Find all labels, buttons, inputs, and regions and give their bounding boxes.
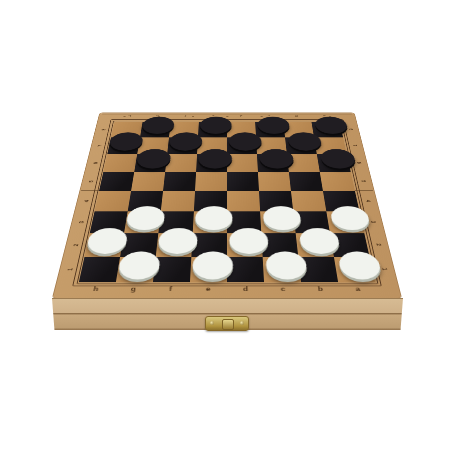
brass-clasp: [205, 316, 249, 331]
board-square: [131, 172, 165, 191]
board-square: [283, 122, 314, 138]
board-square: [227, 122, 256, 138]
checker-white: ●: [189, 250, 227, 276]
rank-label: 8: [336, 127, 366, 133]
back-file-label: c: [255, 115, 283, 117]
back-file-label: a: [310, 115, 338, 117]
board-square: [140, 122, 171, 138]
nail-dot: [329, 116, 331, 117]
board-square: [227, 137, 257, 154]
checker-white: ●: [334, 250, 377, 276]
nail-dot: [261, 116, 263, 117]
board-square: [285, 137, 317, 154]
board-square: [197, 137, 227, 154]
rank-label: 6: [343, 160, 375, 166]
nail-dot: [226, 116, 228, 117]
board-square: [256, 137, 287, 154]
board-square: [137, 137, 169, 154]
board-square: [287, 154, 320, 172]
board-square: [167, 137, 198, 154]
back-file-label: h: [115, 115, 143, 117]
checker-white: ●: [262, 250, 302, 276]
rank-label: 7: [339, 143, 370, 149]
rank-label: 8: [88, 127, 118, 133]
board-square: [165, 154, 197, 172]
rank-label: 5: [74, 178, 107, 185]
nail-dot: [295, 116, 297, 117]
board-square: [255, 122, 285, 138]
board-square: [163, 172, 196, 191]
board-square: [134, 154, 167, 172]
board-square: [257, 154, 289, 172]
board-square: [289, 172, 323, 191]
board-square: [227, 154, 258, 172]
rank-label: 7: [84, 143, 115, 149]
back-file-label: d: [227, 115, 255, 117]
checker-white: ●: [115, 250, 156, 276]
board-square: [195, 172, 227, 191]
board-square: [227, 172, 259, 191]
checker-white: ●: [83, 226, 124, 250]
board-square: [196, 154, 227, 172]
rank-label: 6: [79, 160, 111, 166]
board-square: [198, 122, 227, 138]
product-photo: hhggffeeddccbbaa1122334455667788 ●●●●●●●…: [0, 0, 450, 450]
nail-dot: [192, 116, 194, 117]
screw-icon: [240, 321, 244, 325]
back-file-label: e: [199, 115, 227, 117]
board-square: [258, 172, 291, 191]
rank-label: 5: [347, 178, 380, 185]
checkers-board: hhggffeeddccbbaa1122334455667788 ●●●●●●●…: [52, 113, 402, 299]
back-file-label: f: [171, 115, 199, 117]
clasp-knuckle: [222, 319, 234, 330]
screw-icon: [210, 321, 214, 325]
board-square: [169, 122, 199, 138]
